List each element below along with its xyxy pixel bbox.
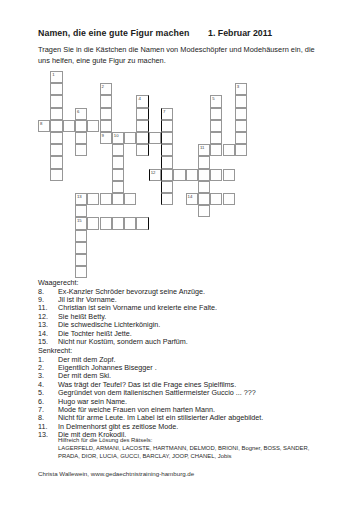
grid-cell[interactable] xyxy=(198,169,210,181)
grid-cell[interactable] xyxy=(75,266,87,278)
footer-credit: Christa Wallewein, www.gedaechtnistraini… xyxy=(38,470,194,477)
clue-item: 4.Was trägt der Teufel? Das ist die Frag… xyxy=(38,380,263,388)
grid-cell[interactable] xyxy=(161,156,173,168)
clue-number: 13. xyxy=(38,430,58,439)
page-date: 1. Februar 2011 xyxy=(208,28,272,38)
clue-item: 14.Die Tochter heißt Jette. xyxy=(38,329,217,337)
worksheet-page: Namen, die eine gute Figur machen 1. Feb… xyxy=(0,0,358,506)
grid-cell[interactable] xyxy=(198,205,210,217)
grid-cell[interactable] xyxy=(75,230,87,242)
grid-cell-number: 1 xyxy=(52,72,54,77)
grid-cell[interactable] xyxy=(112,169,124,181)
grid-cell[interactable] xyxy=(210,169,222,181)
grid-cell[interactable] xyxy=(50,169,62,181)
intro-line-2: uns helfen, eine gute Figur zu machen. xyxy=(38,56,338,67)
grid-cell-number: 10 xyxy=(114,133,119,138)
grid-cell[interactable] xyxy=(210,144,222,156)
grid-cell[interactable]: 11 xyxy=(198,144,210,156)
help-words-section: Hilfreich für die Lösung des Rätsels: LA… xyxy=(58,436,309,461)
grid-cell[interactable] xyxy=(50,132,62,144)
grid-cell[interactable] xyxy=(161,144,173,156)
clue-item: 8.Nicht für arme Leute. Im Label ist ein… xyxy=(38,413,263,421)
grid-cell[interactable] xyxy=(75,144,87,156)
clue-item: 7.Mode für weiche Frauen von einem harte… xyxy=(38,405,263,413)
grid-cell[interactable] xyxy=(149,132,161,144)
down-clues-header: Senkrecht: xyxy=(38,346,263,355)
grid-cell[interactable] xyxy=(75,132,87,144)
grid-cell[interactable] xyxy=(223,169,235,181)
down-clues-list: 1.Der mit dem Zopf.2.Eigentlich Johannes… xyxy=(38,355,263,439)
grid-cell[interactable] xyxy=(235,120,247,132)
intro-text: Tragen Sie in die Kästchen die Namen von… xyxy=(38,45,338,66)
grid-cell[interactable]: 7 xyxy=(161,108,173,120)
grid-cell[interactable]: 6 xyxy=(75,108,87,120)
grid-cell[interactable] xyxy=(75,254,87,266)
grid-cell[interactable] xyxy=(112,144,124,156)
grid-cell[interactable] xyxy=(161,132,173,144)
grid-cell[interactable]: 3 xyxy=(235,83,247,95)
grid-cell-number: 8 xyxy=(40,121,42,126)
grid-cell-number: 6 xyxy=(77,109,79,114)
grid-cell[interactable] xyxy=(235,132,247,144)
grid-cell-number: 14 xyxy=(188,194,193,199)
grid-cell-number: 11 xyxy=(200,145,204,150)
grid-cell[interactable] xyxy=(87,120,99,132)
clue-item: 13.Die schwedische Lichterkönigin. xyxy=(38,320,217,328)
grid-cell[interactable] xyxy=(235,95,247,107)
help-words-row-2: PRADA, DIOR, LUCIA, GUCCI, BARCLAY, JOOP… xyxy=(58,452,309,460)
help-words-header: Hilfreich für die Lösung des Rätsels: xyxy=(58,436,309,444)
grid-cell[interactable] xyxy=(186,169,198,181)
grid-cell[interactable]: 4 xyxy=(136,95,148,107)
grid-cell[interactable] xyxy=(100,120,112,132)
grid-cell[interactable] xyxy=(75,242,87,254)
across-clues-header: Waagerecht: xyxy=(38,278,217,287)
grid-cell[interactable] xyxy=(136,132,148,144)
grid-cell[interactable] xyxy=(173,169,185,181)
clue-item: 6.Hugo war sein Name. xyxy=(38,397,263,405)
grid-cell[interactable] xyxy=(63,120,75,132)
grid-cell[interactable] xyxy=(100,95,112,107)
grid-cell[interactable]: 10 xyxy=(112,132,124,144)
grid-cell-number: 4 xyxy=(138,96,140,101)
grid-cell-number: 3 xyxy=(237,84,239,89)
grid-cell[interactable] xyxy=(223,144,235,156)
grid-cell-number: 15 xyxy=(77,218,82,223)
grid-cell[interactable] xyxy=(50,144,62,156)
grid-cell-number: 2 xyxy=(102,84,104,89)
grid-cell[interactable]: 5 xyxy=(210,95,222,107)
grid-cell[interactable] xyxy=(50,95,62,107)
grid-cell[interactable] xyxy=(198,156,210,168)
clue-item: 8.Ex-Kanzler Schröder bevorzugt seine An… xyxy=(38,287,217,295)
grid-cell-number: 7 xyxy=(163,109,165,114)
clue-item: 2.Eigentlich Johannes Bisegger . xyxy=(38,363,263,371)
grid-cell[interactable] xyxy=(50,83,62,95)
grid-cell[interactable] xyxy=(50,108,62,120)
grid-cell[interactable] xyxy=(210,108,222,120)
grid-cell[interactable]: 1 xyxy=(50,71,62,83)
clue-item: 1.Der mit dem Zopf. xyxy=(38,355,263,363)
grid-cell[interactable] xyxy=(161,193,173,205)
clue-item: 12.Sie heißt Betty. xyxy=(38,312,217,320)
down-clues-section: Senkrecht: 1.Der mit dem Zopf.2.Eigentli… xyxy=(38,346,263,439)
grid-cell[interactable] xyxy=(87,217,99,229)
grid-cell-number: 12 xyxy=(151,170,156,175)
clue-item: 3.Der mit dem Ski. xyxy=(38,371,263,379)
grid-cell[interactable] xyxy=(112,181,124,193)
grid-cell[interactable] xyxy=(210,120,222,132)
grid-cell[interactable] xyxy=(112,156,124,168)
grid-cell[interactable] xyxy=(100,217,112,229)
grid-cell[interactable] xyxy=(210,132,222,144)
grid-cell[interactable] xyxy=(75,120,87,132)
grid-cell[interactable]: 8 xyxy=(38,120,50,132)
grid-cell[interactable] xyxy=(161,120,173,132)
grid-cell[interactable]: 14 xyxy=(186,193,198,205)
grid-cell[interactable] xyxy=(112,217,124,229)
grid-cell-number: 9 xyxy=(102,133,104,138)
page-title: Namen, die eine gute Figur machen xyxy=(38,28,189,38)
grid-cell[interactable] xyxy=(161,169,173,181)
clue-number: 15. xyxy=(38,337,58,346)
grid-cell[interactable] xyxy=(198,181,210,193)
clue-item: 5.Gegründet von dem italienischen Sattle… xyxy=(38,388,263,396)
intro-line-1: Tragen Sie in die Kästchen die Namen von… xyxy=(38,45,338,56)
help-words-row-1: LAGERFELD, ARMANI, LACOSTE, HARTMANN, DE… xyxy=(58,444,309,452)
grid-cell[interactable]: 12 xyxy=(149,169,161,181)
grid-cell[interactable] xyxy=(75,205,87,217)
across-clues-section: Waagerecht: 8.Ex-Kanzler Schröder bevorz… xyxy=(38,278,217,345)
grid-cell[interactable] xyxy=(136,144,148,156)
grid-cell[interactable] xyxy=(100,108,112,120)
grid-cell[interactable] xyxy=(87,193,99,205)
grid-cell[interactable] xyxy=(235,108,247,120)
grid-cell[interactable] xyxy=(223,193,235,205)
grid-cell[interactable] xyxy=(198,193,210,205)
clue-text: Nicht nur Kostüm, sondern auch Parfüm. xyxy=(58,337,188,346)
grid-cell[interactable] xyxy=(136,120,148,132)
grid-cell[interactable]: 15 xyxy=(75,217,87,229)
grid-cell[interactable] xyxy=(50,156,62,168)
grid-cell[interactable] xyxy=(112,193,124,205)
grid-cell[interactable] xyxy=(136,108,148,120)
across-clues-list: 8.Ex-Kanzler Schröder bevorzugt seine An… xyxy=(38,287,217,346)
grid-cell[interactable] xyxy=(50,120,62,132)
grid-cell[interactable]: 13 xyxy=(75,193,87,205)
grid-cell[interactable] xyxy=(100,193,112,205)
clue-item: 15.Nicht nur Kostüm, sondern auch Parfüm… xyxy=(38,337,217,345)
grid-cell[interactable] xyxy=(124,217,136,229)
grid-cell[interactable]: 9 xyxy=(100,132,112,144)
clue-item: 11.In Delmenhorst gibt es zeitlose Mode. xyxy=(38,422,263,430)
clue-item: 9.Jil ist ihr Vorname. xyxy=(38,295,217,303)
grid-cell[interactable] xyxy=(136,217,148,229)
grid-cell-number: 5 xyxy=(212,96,214,101)
clue-item: 11.Christian ist sein Vorname und kreier… xyxy=(38,303,217,311)
grid-cell[interactable] xyxy=(161,181,173,193)
grid-cell[interactable] xyxy=(124,132,136,144)
grid-cell[interactable] xyxy=(235,144,247,156)
grid-cell[interactable] xyxy=(124,193,136,205)
grid-cell[interactable] xyxy=(210,193,222,205)
grid-cell-number: 13 xyxy=(77,194,82,199)
grid-cell[interactable]: 2 xyxy=(100,83,112,95)
